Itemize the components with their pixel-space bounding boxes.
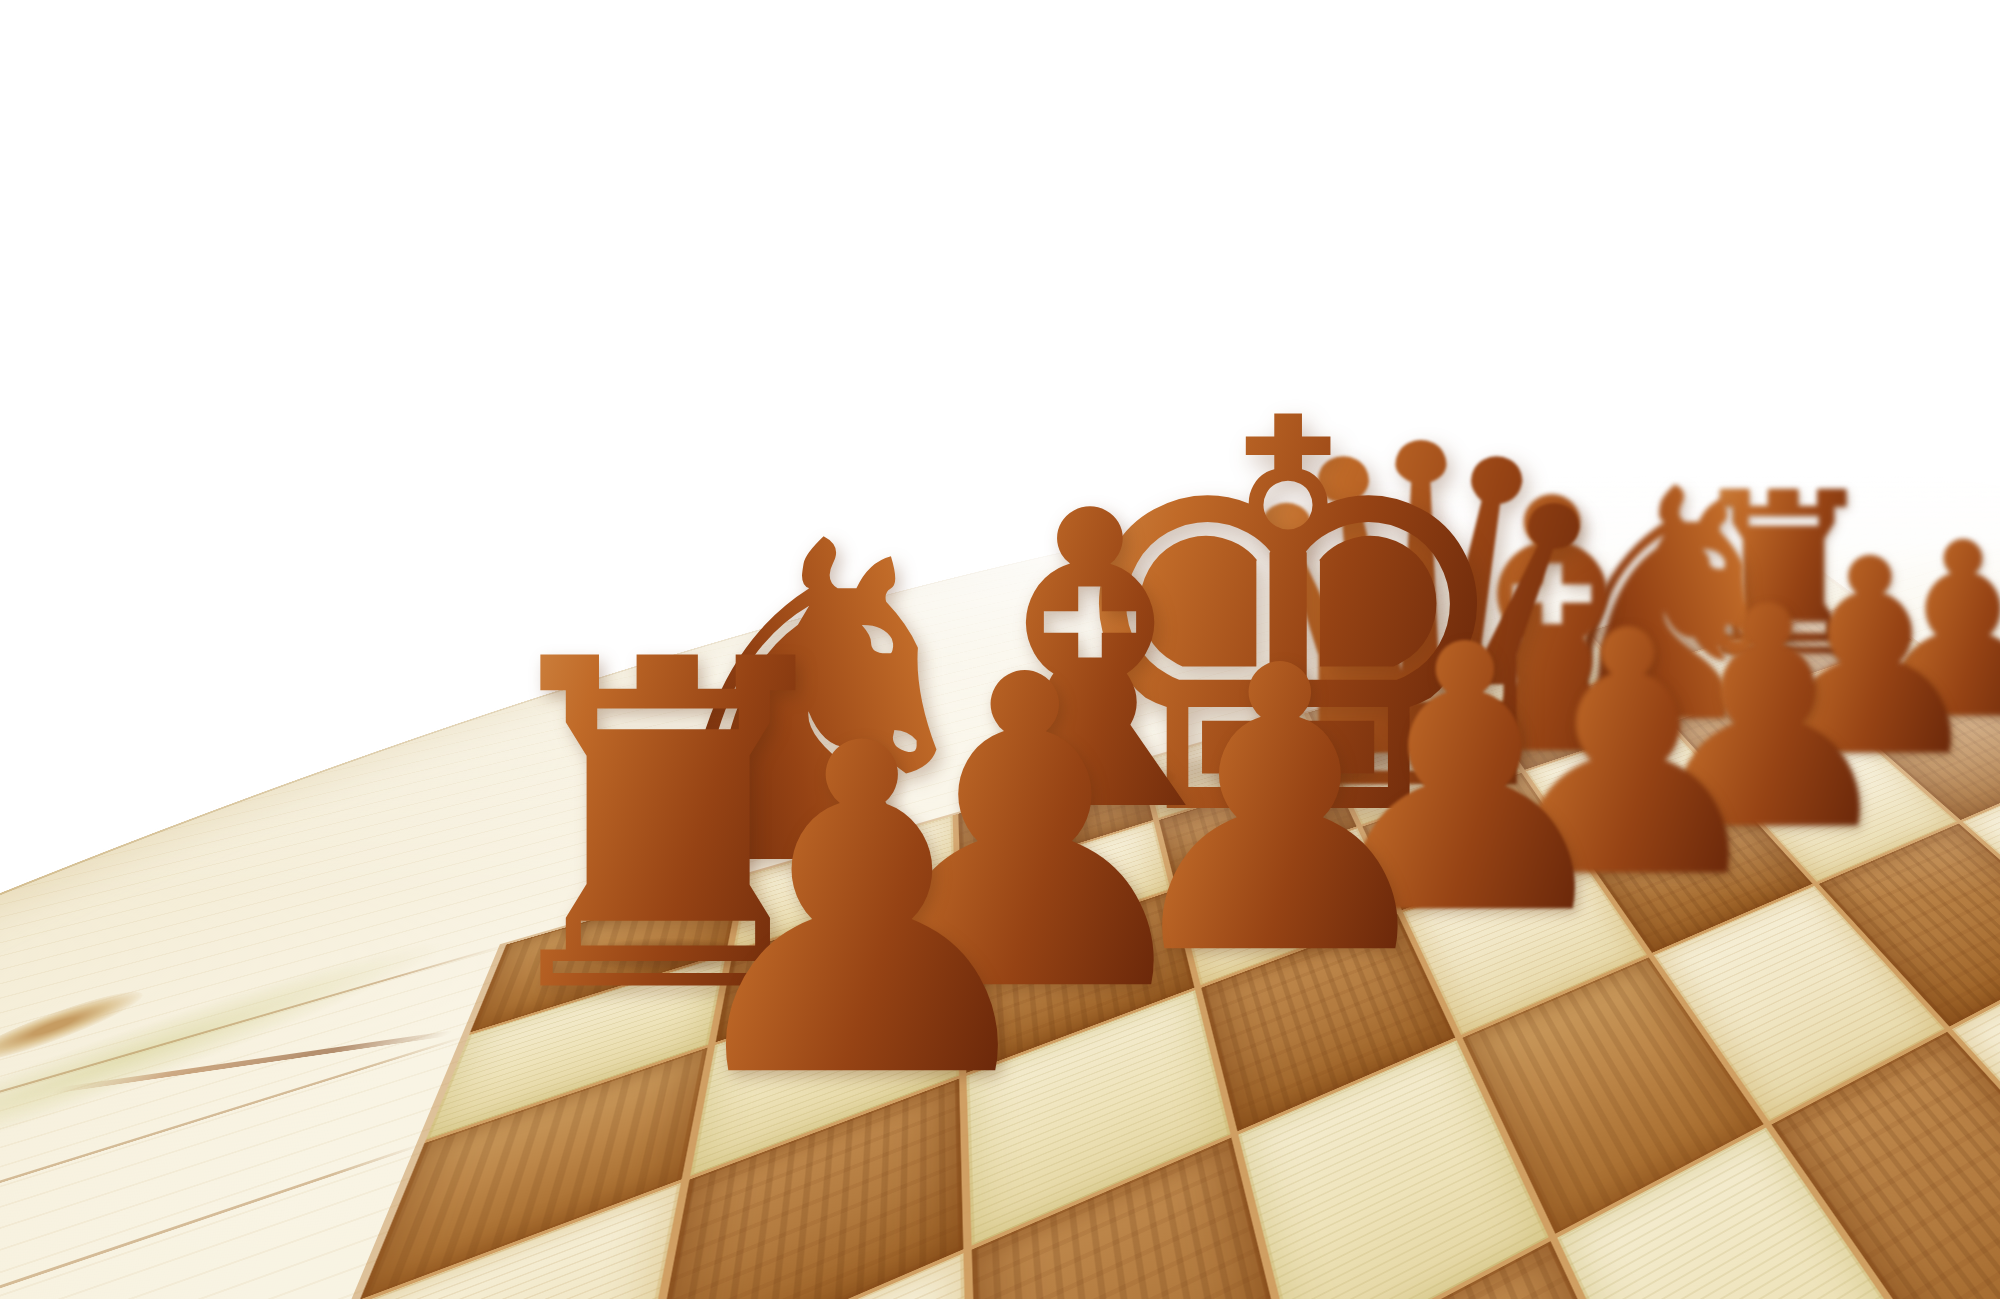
pieces-layer: ♜♞♟♝♟♛♚♝♟♞♟♟♟♜♟♟: [0, 0, 2000, 1299]
chess-photo-stage: ♜♞♟♝♟♛♚♝♟♞♟♟♟♜♟♟: [0, 0, 2000, 1299]
piece-h7-pawn[interactable]: ♟: [647, 797, 1078, 1042]
pawn-glyph: ♟: [658, 686, 1065, 1140]
